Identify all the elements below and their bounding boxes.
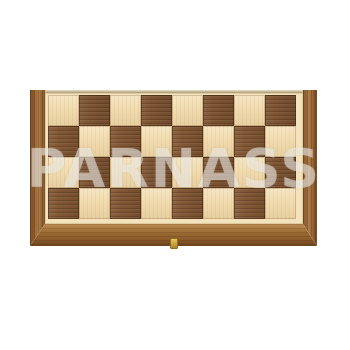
board-square-r4c6: [203, 188, 234, 219]
brass-clasp: [170, 238, 178, 249]
board-square-r1c7: [234, 95, 265, 126]
board-square-r2c6: [203, 126, 234, 157]
chess-box: [30, 90, 317, 246]
board-square-r2c5: [172, 126, 203, 157]
board-square-r4c8: [265, 188, 296, 219]
board-inner-border: [45, 93, 303, 224]
board-square-r4c1: [48, 188, 79, 219]
board-square-r1c8: [265, 95, 296, 126]
board-square-r2c7: [234, 126, 265, 157]
board-square-r2c8: [265, 126, 296, 157]
frame-left-rail: [30, 90, 45, 246]
board-square-r3c4: [141, 157, 172, 188]
board-square-r3c5: [172, 157, 203, 188]
board-square-r3c7: [234, 157, 265, 188]
board-square-r1c4: [141, 95, 172, 126]
board-square-r1c3: [110, 95, 141, 126]
product-photo: PARNASS: [0, 0, 350, 350]
board-square-r4c2: [79, 188, 110, 219]
frame-right-rail: [303, 90, 317, 246]
board-square-r4c3: [110, 188, 141, 219]
board-square-r1c5: [172, 95, 203, 126]
board-square-r3c8: [265, 157, 296, 188]
board-square-r4c7: [234, 188, 265, 219]
board-square-r3c1: [48, 157, 79, 188]
board-square-r2c4: [141, 126, 172, 157]
board-square-r2c1: [48, 126, 79, 157]
board-square-r3c2: [79, 157, 110, 188]
board-square-r2c3: [110, 126, 141, 157]
board-square-r2c2: [79, 126, 110, 157]
board-grid: [48, 95, 296, 219]
board-square-r4c5: [172, 188, 203, 219]
board-square-r1c2: [79, 95, 110, 126]
board-square-r4c4: [141, 188, 172, 219]
board-square-r1c1: [48, 95, 79, 126]
board-square-r1c6: [203, 95, 234, 126]
board-square-r3c6: [203, 157, 234, 188]
board-square-r3c3: [110, 157, 141, 188]
